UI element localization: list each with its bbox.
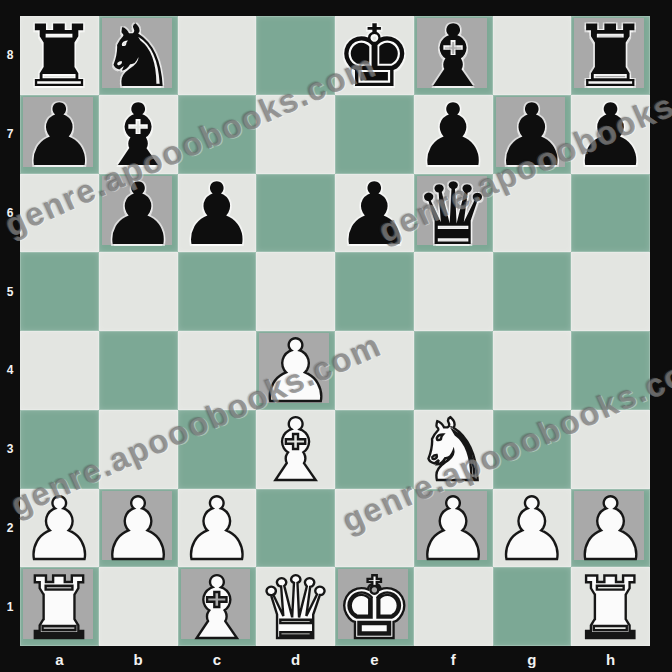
chess-diagram: 87654321 ♜♞♚♝♜♟♝♟♟♟♟♟♟♛♟♝♞♟♟♟♟♟♟♜♝♛♚♜ ab… — [0, 0, 672, 672]
file-label-f: f — [414, 646, 493, 672]
square-g6[interactable] — [493, 174, 572, 253]
square-d4[interactable]: ♟ — [256, 331, 335, 410]
square-c2[interactable]: ♟ — [178, 489, 257, 568]
square-b2[interactable]: ♟ — [99, 489, 178, 568]
square-c8[interactable] — [178, 16, 257, 95]
file-label-c: c — [178, 646, 257, 672]
black-rook[interactable]: ♜ — [21, 17, 98, 95]
square-f8[interactable]: ♝ — [414, 16, 493, 95]
square-a8[interactable]: ♜ — [20, 16, 99, 95]
rank-label-4: 4 — [0, 331, 20, 410]
square-e4[interactable] — [335, 331, 414, 410]
white-rook[interactable]: ♜ — [21, 569, 98, 647]
square-f3[interactable]: ♞ — [414, 410, 493, 489]
square-h1[interactable]: ♜ — [571, 567, 650, 646]
white-bishop[interactable]: ♝ — [257, 411, 334, 489]
square-g5[interactable] — [493, 252, 572, 331]
black-pawn[interactable]: ♟ — [178, 175, 255, 253]
rank-label-8: 8 — [0, 16, 20, 95]
square-f6[interactable]: ♛ — [414, 174, 493, 253]
white-pawn[interactable]: ♟ — [178, 490, 255, 568]
white-pawn[interactable]: ♟ — [415, 490, 492, 568]
square-g2[interactable]: ♟ — [493, 489, 572, 568]
square-b1[interactable] — [99, 567, 178, 646]
square-c3[interactable] — [178, 410, 257, 489]
black-pawn[interactable]: ♟ — [100, 175, 177, 253]
white-pawn[interactable]: ♟ — [257, 332, 334, 410]
black-knight[interactable]: ♞ — [100, 17, 177, 95]
file-label-h: h — [571, 646, 650, 672]
square-c4[interactable] — [178, 331, 257, 410]
square-c7[interactable] — [178, 95, 257, 174]
black-bishop[interactable]: ♝ — [100, 96, 177, 174]
black-bishop[interactable]: ♝ — [415, 17, 492, 95]
square-h5[interactable] — [571, 252, 650, 331]
black-rook[interactable]: ♜ — [572, 17, 649, 95]
square-g4[interactable] — [493, 331, 572, 410]
square-d8[interactable] — [256, 16, 335, 95]
rank-label-6: 6 — [0, 174, 20, 253]
square-e3[interactable] — [335, 410, 414, 489]
square-f7[interactable]: ♟ — [414, 95, 493, 174]
white-pawn[interactable]: ♟ — [21, 490, 98, 568]
file-label-d: d — [256, 646, 335, 672]
black-queen[interactable]: ♛ — [415, 175, 492, 253]
black-pawn[interactable]: ♟ — [21, 96, 98, 174]
square-e2[interactable] — [335, 489, 414, 568]
square-h6[interactable] — [571, 174, 650, 253]
rank-label-7: 7 — [0, 95, 20, 174]
white-queen[interactable]: ♛ — [257, 569, 334, 647]
rank-label-5: 5 — [0, 252, 20, 331]
square-g8[interactable] — [493, 16, 572, 95]
square-c6[interactable]: ♟ — [178, 174, 257, 253]
white-king[interactable]: ♚ — [336, 569, 413, 647]
square-e6[interactable]: ♟ — [335, 174, 414, 253]
square-b8[interactable]: ♞ — [99, 16, 178, 95]
black-pawn[interactable]: ♟ — [493, 96, 570, 174]
square-h8[interactable]: ♜ — [571, 16, 650, 95]
square-g3[interactable] — [493, 410, 572, 489]
file-label-b: b — [99, 646, 178, 672]
square-d5[interactable] — [256, 252, 335, 331]
square-d1[interactable]: ♛ — [256, 567, 335, 646]
square-a3[interactable] — [20, 410, 99, 489]
black-pawn[interactable]: ♟ — [415, 96, 492, 174]
square-b6[interactable]: ♟ — [99, 174, 178, 253]
black-pawn[interactable]: ♟ — [572, 96, 649, 174]
white-knight[interactable]: ♞ — [415, 411, 492, 489]
square-a6[interactable] — [20, 174, 99, 253]
square-e1[interactable]: ♚ — [335, 567, 414, 646]
square-d6[interactable] — [256, 174, 335, 253]
square-b5[interactable] — [99, 252, 178, 331]
square-d7[interactable] — [256, 95, 335, 174]
square-f1[interactable] — [414, 567, 493, 646]
square-c5[interactable] — [178, 252, 257, 331]
rank-labels: 87654321 — [0, 16, 20, 646]
white-bishop[interactable]: ♝ — [178, 569, 255, 647]
square-g7[interactable]: ♟ — [493, 95, 572, 174]
square-d3[interactable]: ♝ — [256, 410, 335, 489]
white-pawn[interactable]: ♟ — [493, 490, 570, 568]
square-b4[interactable] — [99, 331, 178, 410]
white-pawn[interactable]: ♟ — [572, 490, 649, 568]
square-h4[interactable] — [571, 331, 650, 410]
square-c1[interactable]: ♝ — [178, 567, 257, 646]
square-d2[interactable] — [256, 489, 335, 568]
black-pawn[interactable]: ♟ — [336, 175, 413, 253]
square-a4[interactable] — [20, 331, 99, 410]
file-label-e: e — [335, 646, 414, 672]
rank-label-1: 1 — [0, 567, 20, 646]
chess-board: ♜♞♚♝♜♟♝♟♟♟♟♟♟♛♟♝♞♟♟♟♟♟♟♜♝♛♚♜ — [20, 16, 650, 646]
square-a7[interactable]: ♟ — [20, 95, 99, 174]
square-f4[interactable] — [414, 331, 493, 410]
square-f5[interactable] — [414, 252, 493, 331]
square-a2[interactable]: ♟ — [20, 489, 99, 568]
square-e5[interactable] — [335, 252, 414, 331]
square-a1[interactable]: ♜ — [20, 567, 99, 646]
file-label-g: g — [493, 646, 572, 672]
square-h3[interactable] — [571, 410, 650, 489]
square-b7[interactable]: ♝ — [99, 95, 178, 174]
white-pawn[interactable]: ♟ — [100, 490, 177, 568]
black-king[interactable]: ♚ — [336, 17, 413, 95]
file-label-a: a — [20, 646, 99, 672]
square-e7[interactable] — [335, 95, 414, 174]
rank-label-3: 3 — [0, 410, 20, 489]
file-labels: abcdefgh — [20, 646, 650, 672]
white-rook[interactable]: ♜ — [572, 569, 649, 647]
square-h7[interactable]: ♟ — [571, 95, 650, 174]
rank-label-2: 2 — [0, 489, 20, 568]
square-b3[interactable] — [99, 410, 178, 489]
square-f2[interactable]: ♟ — [414, 489, 493, 568]
square-a5[interactable] — [20, 252, 99, 331]
square-e8[interactable]: ♚ — [335, 16, 414, 95]
square-g1[interactable] — [493, 567, 572, 646]
square-h2[interactable]: ♟ — [571, 489, 650, 568]
